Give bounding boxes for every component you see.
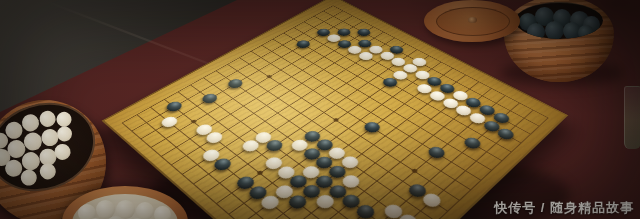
white-stone-in-bowl xyxy=(38,161,58,181)
white-stone-in-lid xyxy=(78,204,96,219)
white-stone-in-lid xyxy=(154,206,171,219)
watermark: 快传号 / 随身精品故事 xyxy=(494,201,634,214)
black-bowl-lid xyxy=(424,0,520,42)
white-stone-in-lid xyxy=(136,202,154,219)
tea-glass xyxy=(624,86,640,149)
white-stone-in-bowl xyxy=(38,109,58,129)
black-bowl-opening xyxy=(515,2,603,39)
scene: 快传号 / 随身精品故事 xyxy=(0,0,640,219)
black-stone-in-bowl xyxy=(545,21,564,39)
white-stone-in-bowl xyxy=(20,112,41,133)
